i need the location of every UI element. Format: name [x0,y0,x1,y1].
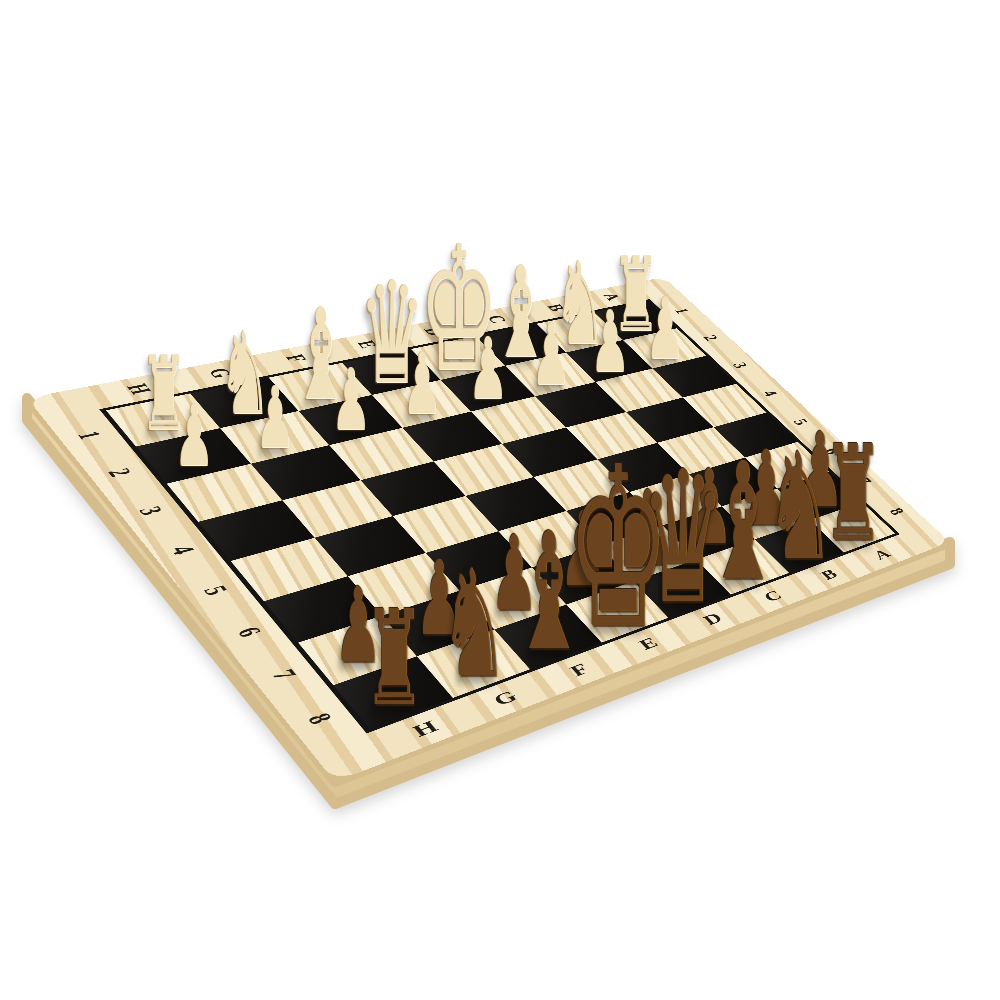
piece-white-pawn-h2[interactable]: ♟ [174,394,214,479]
label-rank-left-3: 3 [133,504,167,517]
piece-white-pawn-d2[interactable]: ♟ [469,326,509,411]
label-rank-left-8: 8 [302,710,336,727]
label-rank-left-1: 1 [72,429,105,441]
label-rank-left-5: 5 [198,583,232,598]
label-rank-left-7: 7 [267,666,301,682]
label-rank-left-4: 4 [165,543,199,557]
label-rank-left-2: 2 [102,466,135,479]
piece-black-knight-g8[interactable]: ♞ [440,549,509,697]
piece-white-pawn-g2[interactable]: ♟ [255,375,295,460]
piece-white-pawn-a2[interactable]: ♟ [645,286,685,371]
product-photo-scene: HH11GG22FF33EE44DD55CC66BB77AA88 ♜♞♝♛♚♝♞… [0,0,1000,1000]
piece-white-pawn-f2[interactable]: ♟ [331,358,371,443]
piece-black-rook-h8[interactable]: ♜ [363,591,425,723]
label-rank-right-4: 4 [759,389,780,398]
piece-white-pawn-e2[interactable]: ♟ [402,342,442,427]
piece-black-bishop-f8[interactable]: ♝ [511,511,587,673]
label-rank-right-2: 2 [700,334,721,342]
label-rank-right-3: 3 [729,361,750,369]
label-rank-right-8: 8 [886,506,907,517]
piece-white-pawn-b2[interactable]: ♟ [590,299,630,384]
piece-white-pawn-c2[interactable]: ♟ [531,312,571,397]
label-rank-left-6: 6 [232,624,266,640]
